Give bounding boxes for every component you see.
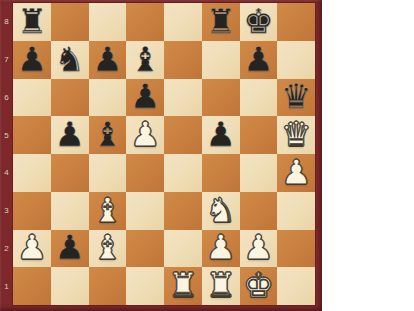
square-c8[interactable] — [89, 3, 127, 41]
square-a4[interactable] — [13, 154, 51, 192]
square-f7[interactable] — [202, 41, 240, 79]
square-d5[interactable]: ♟ — [126, 116, 164, 154]
square-e3[interactable] — [164, 192, 202, 230]
rank-label-3: 3 — [0, 192, 13, 230]
piece-black-pawn[interactable]: ♟ — [54, 230, 84, 264]
piece-white-pawn[interactable]: ♟ — [17, 230, 47, 264]
piece-white-pawn[interactable]: ♟ — [281, 155, 311, 189]
square-f3[interactable]: ♞ — [202, 192, 240, 230]
square-f4[interactable] — [202, 154, 240, 192]
square-b4[interactable] — [51, 154, 89, 192]
square-b7[interactable]: ♞ — [51, 41, 89, 79]
square-b6[interactable] — [51, 79, 89, 117]
square-e7[interactable] — [164, 41, 202, 79]
square-a7[interactable]: ♟ — [13, 41, 51, 79]
square-g7[interactable]: ♟ — [240, 41, 278, 79]
square-f8[interactable]: ♜ — [202, 3, 240, 41]
square-h6[interactable]: ♛ — [277, 79, 315, 117]
square-c2[interactable]: ♝ — [89, 230, 127, 268]
square-g5[interactable] — [240, 116, 278, 154]
square-b3[interactable] — [51, 192, 89, 230]
square-h2[interactable] — [277, 230, 315, 268]
square-d1[interactable] — [126, 267, 164, 305]
square-g4[interactable] — [240, 154, 278, 192]
square-g2[interactable]: ♟ — [240, 230, 278, 268]
rank-label-5: 5 — [0, 116, 13, 154]
square-a6[interactable] — [13, 79, 51, 117]
square-c5[interactable]: ♝ — [89, 116, 127, 154]
chess-board-frame: 87654321 ♜♜♚♟♞♟♝♟♟♛♟♝♟♟♛♟♝♞♟♟♝♟♟♜♜♚ — [0, 0, 322, 311]
square-f6[interactable] — [202, 79, 240, 117]
square-d4[interactable] — [126, 154, 164, 192]
square-f1[interactable]: ♜ — [202, 267, 240, 305]
piece-white-rook[interactable]: ♜ — [168, 268, 198, 302]
piece-black-bishop[interactable]: ♝ — [130, 42, 160, 76]
rank-label-2: 2 — [0, 230, 13, 268]
piece-white-knight[interactable]: ♞ — [205, 193, 235, 227]
square-f5[interactable]: ♟ — [202, 116, 240, 154]
square-b5[interactable]: ♟ — [51, 116, 89, 154]
piece-white-bishop[interactable]: ♝ — [92, 230, 122, 264]
square-b8[interactable] — [51, 3, 89, 41]
square-d7[interactable]: ♝ — [126, 41, 164, 79]
piece-black-pawn[interactable]: ♟ — [92, 42, 122, 76]
piece-white-pawn[interactable]: ♟ — [243, 230, 273, 264]
rank-label-8: 8 — [0, 3, 13, 41]
piece-white-queen[interactable]: ♛ — [281, 117, 311, 151]
piece-black-rook[interactable]: ♜ — [17, 4, 47, 38]
square-h3[interactable] — [277, 192, 315, 230]
square-e4[interactable] — [164, 154, 202, 192]
square-g8[interactable]: ♚ — [240, 3, 278, 41]
square-g1[interactable]: ♚ — [240, 267, 278, 305]
rank-label-4: 4 — [0, 154, 13, 192]
square-g6[interactable] — [240, 79, 278, 117]
square-f2[interactable]: ♟ — [202, 230, 240, 268]
square-b2[interactable]: ♟ — [51, 230, 89, 268]
square-h8[interactable] — [277, 3, 315, 41]
piece-white-bishop[interactable]: ♝ — [92, 193, 122, 227]
piece-black-king[interactable]: ♚ — [243, 4, 273, 38]
piece-black-pawn[interactable]: ♟ — [205, 117, 235, 151]
square-c3[interactable]: ♝ — [89, 192, 127, 230]
square-c7[interactable]: ♟ — [89, 41, 127, 79]
piece-black-pawn[interactable]: ♟ — [17, 42, 47, 76]
square-c6[interactable] — [89, 79, 127, 117]
square-h7[interactable] — [277, 41, 315, 79]
square-h4[interactable]: ♟ — [277, 154, 315, 192]
rank-label-6: 6 — [0, 79, 13, 117]
square-b1[interactable] — [51, 267, 89, 305]
rank-label-7: 7 — [0, 41, 13, 79]
piece-black-knight[interactable]: ♞ — [54, 42, 84, 76]
piece-black-bishop[interactable]: ♝ — [92, 117, 122, 151]
piece-white-pawn[interactable]: ♟ — [130, 117, 160, 151]
square-d6[interactable]: ♟ — [126, 79, 164, 117]
square-e2[interactable] — [164, 230, 202, 268]
square-a3[interactable] — [13, 192, 51, 230]
piece-black-queen[interactable]: ♛ — [281, 79, 311, 113]
piece-white-rook[interactable]: ♜ — [205, 268, 235, 302]
page-background: 87654321 ♜♜♚♟♞♟♝♟♟♛♟♝♟♟♛♟♝♞♟♟♝♟♟♜♜♚ — [0, 0, 414, 311]
square-a1[interactable] — [13, 267, 51, 305]
square-d2[interactable] — [126, 230, 164, 268]
square-e5[interactable] — [164, 116, 202, 154]
chess-board[interactable]: ♜♜♚♟♞♟♝♟♟♛♟♝♟♟♛♟♝♞♟♟♝♟♟♜♜♚ — [13, 3, 315, 305]
square-a8[interactable]: ♜ — [13, 3, 51, 41]
piece-white-king[interactable]: ♚ — [243, 268, 273, 302]
square-a2[interactable]: ♟ — [13, 230, 51, 268]
square-c1[interactable] — [89, 267, 127, 305]
square-e6[interactable] — [164, 79, 202, 117]
rank-label-1: 1 — [0, 267, 13, 305]
square-c4[interactable] — [89, 154, 127, 192]
square-h1[interactable] — [277, 267, 315, 305]
square-e8[interactable] — [164, 3, 202, 41]
square-d8[interactable] — [126, 3, 164, 41]
piece-black-pawn[interactable]: ♟ — [54, 117, 84, 151]
piece-black-pawn[interactable]: ♟ — [243, 42, 273, 76]
piece-white-pawn[interactable]: ♟ — [205, 230, 235, 264]
square-e1[interactable]: ♜ — [164, 267, 202, 305]
piece-black-pawn[interactable]: ♟ — [130, 79, 160, 113]
square-a5[interactable] — [13, 116, 51, 154]
rank-labels: 87654321 — [0, 3, 13, 305]
piece-black-rook[interactable]: ♜ — [205, 4, 235, 38]
square-d3[interactable] — [126, 192, 164, 230]
square-h5[interactable]: ♛ — [277, 116, 315, 154]
square-g3[interactable] — [240, 192, 278, 230]
